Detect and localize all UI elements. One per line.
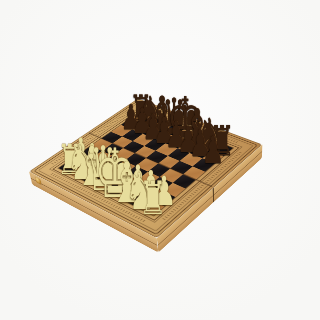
square-d2 <box>103 168 125 182</box>
square-h2 <box>152 191 176 206</box>
square-f2 <box>127 179 150 193</box>
square-f5 <box>158 155 180 168</box>
square-g5 <box>170 161 192 174</box>
square-f4 <box>148 163 170 176</box>
square-c2 <box>92 163 114 176</box>
square-b1 <box>69 166 91 179</box>
chess-board <box>29 98 262 238</box>
square-g1 <box>128 194 152 209</box>
square-h7 <box>202 150 224 163</box>
square-h3 <box>162 182 185 197</box>
square-f3 <box>137 171 160 185</box>
board-top-surface <box>29 98 262 238</box>
product-photo-scene: ♜♞♝♛♚♝♞♜♟♟♟♟♟♟♟♟♟♟♟♟♟♟♟♟♜♞♝♛♚♝♞♜ <box>0 0 320 320</box>
square-g2 <box>139 185 162 200</box>
square-h4 <box>173 174 196 188</box>
square-f1 <box>116 188 139 203</box>
square-d1 <box>92 176 115 190</box>
fold-gap <box>213 188 215 203</box>
square-e4 <box>136 158 158 171</box>
square-e3 <box>125 166 147 180</box>
square-h1 <box>141 200 165 216</box>
square-g3 <box>150 177 173 191</box>
square-d3 <box>114 161 136 174</box>
square-h5 <box>183 166 206 180</box>
square-g4 <box>160 169 183 183</box>
square-h6 <box>193 158 215 171</box>
square-e2 <box>115 174 138 188</box>
square-e1 <box>104 182 127 196</box>
square-c1 <box>80 171 102 185</box>
square-g6 <box>180 153 202 166</box>
